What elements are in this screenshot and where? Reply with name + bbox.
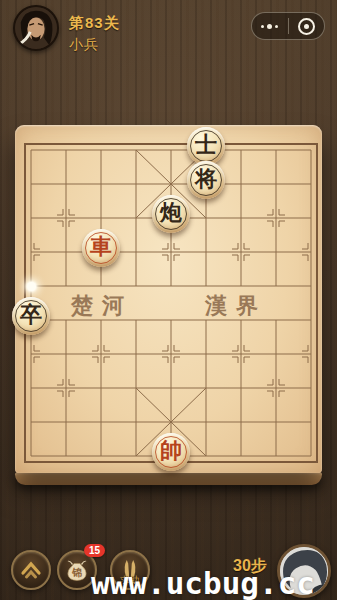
- board-surface[interactable]: 楚河 漢界 士将炮車卒帥: [15, 125, 322, 473]
- chevron-up-icon: [19, 560, 43, 580]
- player-rank-label: 小兵: [69, 36, 99, 54]
- exit-circle-icon: [298, 18, 315, 35]
- bag-character: 锦: [71, 567, 82, 578]
- exit-button[interactable]: [289, 13, 325, 39]
- watermark-text: www.ucbug.cc: [91, 565, 315, 600]
- player-portrait-image: [15, 7, 57, 49]
- piece-character: 車: [90, 236, 112, 258]
- player-avatar[interactable]: [13, 5, 59, 51]
- piece-chariot-red[interactable]: 車: [82, 229, 120, 267]
- piece-general-black[interactable]: 将: [187, 161, 225, 199]
- more-button[interactable]: [252, 13, 288, 39]
- brocade-bag-icon: 锦: [64, 557, 90, 583]
- piece-character: 帥: [160, 440, 182, 462]
- hint-count-badge: 15: [84, 544, 105, 557]
- more-dots-icon: [275, 25, 278, 28]
- app-screen: 第83关 小兵 楚河 漢界 士将炮車卒帥 锦: [0, 0, 337, 600]
- last-move-marker: [27, 282, 36, 291]
- more-dots-icon: [267, 24, 272, 29]
- piece-advisor-black[interactable]: 士: [187, 127, 225, 165]
- xiangqi-board[interactable]: 楚河 漢界 士将炮車卒帥: [15, 125, 322, 485]
- board-grid: [15, 125, 322, 473]
- menu-button[interactable]: [11, 550, 51, 590]
- piece-character: 卒: [20, 304, 42, 326]
- level-label: 第83关: [69, 14, 120, 33]
- piece-character: 炮: [160, 202, 182, 224]
- board-edge: [15, 472, 322, 485]
- piece-character: 士: [195, 134, 217, 156]
- piece-soldier-black[interactable]: 卒: [12, 297, 50, 335]
- piece-character: 将: [195, 168, 217, 190]
- river-label-han-jie: 漢界: [205, 291, 267, 321]
- piece-general-red[interactable]: 帥: [152, 433, 190, 471]
- piece-cannon-black[interactable]: 炮: [152, 195, 190, 233]
- wechat-capsule: [251, 12, 325, 40]
- river-label-chu-he: 楚河: [71, 291, 133, 321]
- more-dots-icon: [261, 25, 264, 28]
